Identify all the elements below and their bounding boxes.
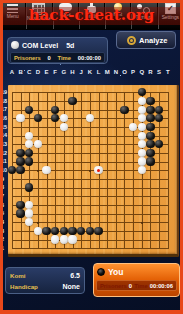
black-stone [25, 157, 33, 165]
column-label: O [120, 69, 129, 75]
you-prisoners-label: Prisoners [100, 283, 127, 289]
column-label: L [94, 69, 103, 75]
column-label: M [103, 69, 112, 75]
black-stone [16, 166, 24, 174]
column-label: J [77, 69, 86, 75]
you-time-value: 00:00:06 [150, 283, 173, 289]
column-label: T [163, 69, 172, 75]
game-info-panel: Komi 6.5 Handicap None [5, 267, 85, 294]
black-stone [68, 97, 76, 105]
black-stone [42, 227, 50, 235]
black-stone [146, 106, 154, 114]
black-stone [25, 106, 33, 114]
column-label: D [33, 69, 42, 75]
handicap-value: None [63, 283, 81, 290]
grid-h-line [12, 248, 169, 249]
com-time-label: Time [58, 55, 71, 61]
white-stone [16, 114, 24, 122]
black-stone [146, 132, 154, 140]
you-prisoners-value: 0 [129, 283, 132, 289]
black-stone-icon [97, 268, 105, 276]
grid-v-line [168, 92, 169, 249]
white-stone [138, 149, 146, 157]
last-move-marker [97, 169, 100, 172]
column-label: G [59, 69, 68, 75]
column-label: P [129, 69, 138, 75]
column-label: K [85, 69, 94, 75]
black-stone [16, 201, 24, 209]
column-label: R [146, 69, 155, 75]
black-stone [51, 106, 59, 114]
white-stone [138, 106, 146, 114]
black-stone [16, 149, 24, 157]
column-label: B [16, 69, 25, 75]
column-label: F [51, 69, 60, 75]
analyze-button[interactable]: Analyze [116, 31, 176, 49]
gold-lens-icon [127, 36, 136, 45]
white-stone [68, 235, 76, 243]
com-rank: 5d [66, 42, 74, 49]
column-label: S [155, 69, 164, 75]
black-stone [146, 140, 154, 148]
black-stone [86, 227, 94, 235]
white-stone [51, 235, 59, 243]
black-stone [120, 106, 128, 114]
black-stone [146, 157, 154, 165]
grid-v-line [133, 92, 134, 249]
column-label: H [68, 69, 77, 75]
column-label: E [42, 69, 51, 75]
you-name: You [108, 267, 123, 277]
analyze-label: Analyze [139, 36, 167, 45]
white-stone [60, 123, 68, 131]
white-stone-icon [11, 41, 19, 49]
watermark: hack-cheat.org [0, 6, 183, 24]
com-prisoners-value: 0 [48, 55, 51, 61]
grid-v-line [124, 92, 125, 249]
grid-h-line [12, 214, 169, 215]
grid-h-line [12, 179, 169, 180]
column-label: A [7, 69, 16, 75]
you-time-label: Time [134, 283, 147, 289]
com-name: COM Level [22, 42, 58, 49]
black-stone [25, 183, 33, 191]
column-label: N [111, 69, 120, 75]
black-stone [68, 227, 76, 235]
white-stone [34, 227, 42, 235]
handicap-label: Handicap [10, 283, 38, 290]
white-stone [25, 209, 33, 217]
com-prisoners-label: Prisoners [14, 55, 41, 61]
komi-value: 6.5 [70, 272, 80, 279]
you-player-panel: You Prisoners 0 Time 00:00:06 [93, 263, 180, 297]
grid-h-line [12, 240, 169, 241]
black-stone [16, 209, 24, 217]
white-stone [138, 123, 146, 131]
white-stone [42, 166, 50, 174]
white-stone [60, 235, 68, 243]
grid-v-line [107, 92, 108, 249]
com-player-panel: COM Level 5d Prisoners 0 Time 00:00:00 [7, 37, 108, 64]
white-stone [138, 97, 146, 105]
white-stone [138, 157, 146, 165]
black-stone [146, 123, 154, 131]
black-stone [16, 157, 24, 165]
black-stone [146, 97, 154, 105]
black-stone [146, 149, 154, 157]
komi-label: Komi [10, 272, 25, 279]
go-app-screen: MenuNew GamePassUndoHintTerritory✓Settin… [0, 0, 183, 314]
white-stone [138, 132, 146, 140]
black-stone [94, 227, 102, 235]
column-label: C [25, 69, 34, 75]
grid-v-line [116, 92, 117, 249]
black-stone [146, 114, 154, 122]
com-time-value: 00:00:00 [78, 55, 101, 61]
grid-h-line [12, 205, 169, 206]
black-stone [155, 106, 163, 114]
grid-h-line [12, 188, 169, 189]
white-stone [25, 132, 33, 140]
black-stone [60, 227, 68, 235]
column-label: Q [137, 69, 146, 75]
grid-h-line [12, 196, 169, 197]
